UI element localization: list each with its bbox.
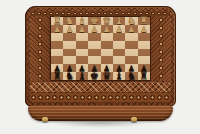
black-queen: ♛ — [102, 71, 111, 81]
square-f4[interactable] — [76, 41, 88, 49]
board-row: ♜♞♝♚♛♝♞♜♟♟♟♟♟♟♟♟♟♟♟♟♟♟♟♟♜♞♝♚♛♝♞♜ — [30, 16, 171, 81]
square-f7[interactable]: ♟ — [76, 64, 88, 72]
square-c2[interactable]: ♟ — [113, 25, 125, 33]
square-a1[interactable]: ♜ — [138, 17, 150, 25]
square-d3[interactable] — [101, 33, 113, 41]
square-f3[interactable] — [76, 33, 88, 41]
black-rook: ♜ — [139, 71, 148, 81]
square-e4[interactable] — [88, 41, 100, 49]
square-h5[interactable] — [51, 49, 63, 57]
brass-latch-left — [42, 117, 48, 122]
square-e6[interactable] — [88, 56, 100, 64]
square-h2[interactable]: ♟ — [51, 25, 63, 33]
brass-latch-right — [131, 117, 137, 122]
square-a5[interactable] — [138, 49, 150, 57]
square-g7[interactable]: ♟ — [63, 64, 75, 72]
square-g4[interactable] — [63, 41, 75, 49]
square-d4[interactable] — [101, 41, 113, 49]
square-b8[interactable]: ♞ — [125, 72, 137, 80]
square-h7[interactable]: ♟ — [51, 64, 63, 72]
square-c7[interactable]: ♟ — [113, 64, 125, 72]
square-b3[interactable] — [125, 33, 137, 41]
square-a4[interactable] — [138, 41, 150, 49]
black-bishop: ♝ — [77, 71, 86, 81]
square-g6[interactable] — [63, 56, 75, 64]
square-g1[interactable]: ♞ — [63, 17, 75, 25]
square-f8[interactable]: ♝ — [76, 72, 88, 80]
square-c1[interactable]: ♝ — [113, 17, 125, 25]
product-photo: ♜♞♝♚♛♝♞♜♟♟♟♟♟♟♟♟♟♟♟♟♟♟♟♟♜♞♝♚♛♝♞♜ — [0, 0, 200, 134]
square-h3[interactable] — [51, 33, 63, 41]
square-a6[interactable] — [138, 56, 150, 64]
square-e7[interactable]: ♟ — [88, 64, 100, 72]
black-bishop: ♝ — [115, 71, 124, 81]
square-f1[interactable]: ♝ — [76, 17, 88, 25]
carved-border-left — [30, 16, 50, 81]
square-g3[interactable] — [63, 33, 75, 41]
square-g5[interactable] — [63, 49, 75, 57]
square-a8[interactable]: ♜ — [138, 72, 150, 80]
square-f2[interactable]: ♟ — [76, 25, 88, 33]
square-b7[interactable]: ♟ — [125, 64, 137, 72]
square-a2[interactable]: ♟ — [138, 25, 150, 33]
square-d1[interactable]: ♛ — [101, 17, 113, 25]
square-g8[interactable]: ♞ — [63, 72, 75, 80]
square-h8[interactable]: ♜ — [51, 72, 63, 80]
square-f5[interactable] — [76, 49, 88, 57]
square-h6[interactable] — [51, 56, 63, 64]
square-f6[interactable] — [76, 56, 88, 64]
black-rook: ♜ — [53, 71, 62, 81]
square-e2[interactable]: ♟ — [88, 25, 100, 33]
square-e5[interactable] — [88, 49, 100, 57]
square-c8[interactable]: ♝ — [113, 72, 125, 80]
square-e8[interactable]: ♚ — [88, 72, 100, 80]
carved-rings-strip — [30, 93, 171, 103]
black-knight: ♞ — [65, 71, 74, 81]
square-a3[interactable] — [138, 33, 150, 41]
carved-border-frame: ♜♞♝♚♛♝♞♜♟♟♟♟♟♟♟♟♟♟♟♟♟♟♟♟♜♞♝♚♛♝♞♜ — [27, 8, 174, 105]
square-a7[interactable]: ♟ — [138, 64, 150, 72]
square-d5[interactable] — [101, 49, 113, 57]
square-h1[interactable]: ♜ — [51, 17, 63, 25]
chess-board: ♜♞♝♚♛♝♞♜♟♟♟♟♟♟♟♟♟♟♟♟♟♟♟♟♜♞♝♚♛♝♞♜ — [50, 16, 151, 81]
square-d6[interactable] — [101, 56, 113, 64]
square-d8[interactable]: ♛ — [101, 72, 113, 80]
square-g2[interactable]: ♟ — [63, 25, 75, 33]
square-b2[interactable]: ♟ — [125, 25, 137, 33]
carved-lattice-strip — [30, 82, 171, 92]
square-b4[interactable] — [125, 41, 137, 49]
black-knight: ♞ — [127, 71, 136, 81]
square-d2[interactable]: ♟ — [101, 25, 113, 33]
black-king: ♚ — [90, 71, 99, 81]
square-c6[interactable] — [113, 56, 125, 64]
square-b5[interactable] — [125, 49, 137, 57]
box-front-face — [28, 106, 173, 121]
carved-border-right — [151, 16, 171, 81]
square-e1[interactable]: ♚ — [88, 17, 100, 25]
carved-border-bottom — [30, 81, 171, 102]
square-d7[interactable]: ♟ — [101, 64, 113, 72]
chess-box: ♜♞♝♚♛♝♞♜♟♟♟♟♟♟♟♟♟♟♟♟♟♟♟♟♜♞♝♚♛♝♞♜ — [25, 6, 176, 107]
square-e3[interactable] — [88, 33, 100, 41]
square-c4[interactable] — [113, 41, 125, 49]
square-b1[interactable]: ♞ — [125, 17, 137, 25]
square-c5[interactable] — [113, 49, 125, 57]
square-h4[interactable] — [51, 41, 63, 49]
square-c3[interactable] — [113, 33, 125, 41]
square-b6[interactable] — [125, 56, 137, 64]
